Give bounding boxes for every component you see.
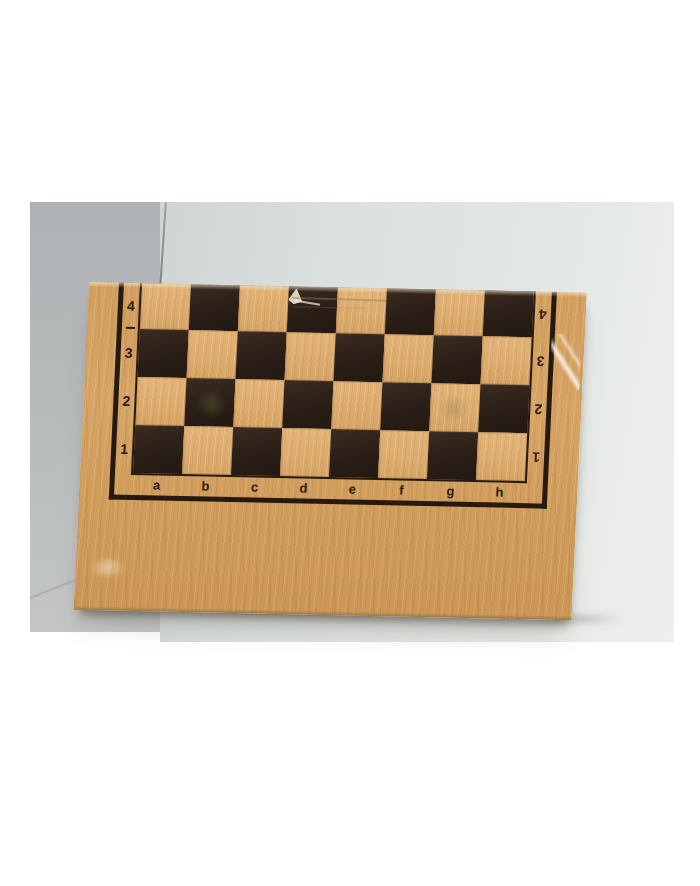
rank-label-left-3: 3 [120,345,137,361]
photo-area: 4 3 2 1 4 3 2 1 a b c d e f g h [30,202,674,822]
rank-label-right-2: 2 [530,401,547,417]
square-h4 [483,290,534,337]
file-label-b: b [195,478,216,494]
square-b1 [182,426,233,475]
square-e3 [334,333,385,382]
square-g4 [434,289,485,336]
frame-outer-line-right [542,292,557,509]
rank-label-left-4: 4 [123,298,140,314]
file-label-a: a [146,477,167,493]
rank-tick-4-3 [126,327,135,329]
square-f3 [383,334,434,383]
smudge-mark-b2 [188,382,234,425]
file-label-c: c [244,479,265,495]
square-a1 [133,425,184,474]
square-a4 [140,283,191,330]
square-c3 [236,331,287,380]
file-label-g: g [440,483,461,499]
chessboard-box: 4 3 2 1 4 3 2 1 a b c d e f g h [74,282,587,620]
wood-scuff-mark [83,552,132,583]
rank-label-right-4: 4 [534,306,551,322]
square-d3 [285,332,336,381]
rank-label-left-1: 1 [116,441,133,457]
rank-label-right-1: 1 [528,449,545,465]
square-e4 [336,287,387,334]
square-g3 [431,335,482,384]
square-h3 [480,336,531,385]
square-h2 [478,384,529,433]
square-f2 [380,382,431,431]
square-d2 [282,380,333,429]
square-a2 [135,377,186,426]
square-g1 [427,431,478,480]
square-e1 [329,429,380,478]
square-c1 [231,427,282,476]
square-b4 [189,284,240,331]
square-c2 [233,379,284,428]
square-b3 [187,330,238,379]
file-label-e: e [342,481,363,497]
file-label-d: d [293,480,314,496]
square-d1 [280,428,331,477]
rank-label-right-3: 3 [532,353,549,369]
file-label-h: h [489,484,510,500]
product-photo-canvas: 4 3 2 1 4 3 2 1 a b c d e f g h [0,0,700,886]
shrinkwrap-glare [549,334,582,391]
square-h1 [476,432,527,481]
square-a3 [138,329,189,378]
square-f4 [385,288,436,335]
frame-outer-line-bottom [109,494,547,508]
file-label-f: f [391,482,412,498]
square-e2 [331,381,382,430]
smudge-mark-g2 [432,389,474,428]
rank-label-left-2: 2 [118,393,135,409]
square-c4 [238,285,289,332]
square-f1 [378,430,429,479]
